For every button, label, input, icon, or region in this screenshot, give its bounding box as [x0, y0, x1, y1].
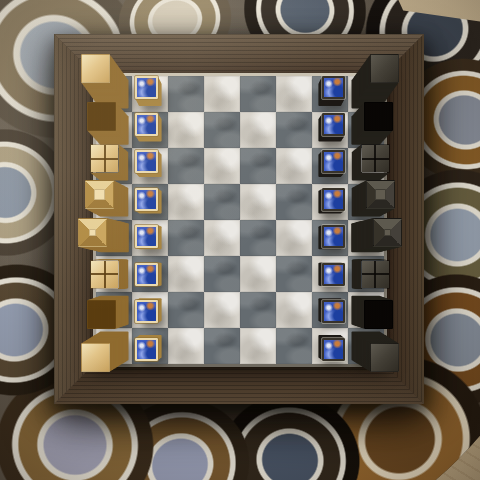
frustum-top: [89, 229, 96, 236]
frustum-top: [375, 189, 386, 200]
piece-white-bishop-f1[interactable]: [90, 260, 119, 289]
lapis-inlay: [137, 302, 156, 321]
piece-white-pawn-f2[interactable]: [135, 263, 158, 286]
piece-black-pawn-h7[interactable]: [322, 338, 345, 361]
piece-white-rook-h1[interactable]: [81, 343, 110, 372]
piece-white-pawn-g2[interactable]: [135, 300, 158, 323]
lapis-inlay: [324, 152, 343, 171]
piece-white-queen-d1[interactable]: [85, 180, 114, 209]
piece-black-pawn-b7[interactable]: [322, 113, 345, 136]
lapis-inlay: [324, 115, 343, 134]
piece-white-knight-g1[interactable]: [87, 300, 116, 329]
lapis-inlay: [137, 78, 156, 97]
piece-black-king-e8[interactable]: [373, 218, 402, 247]
piece-black-pawn-g7[interactable]: [322, 300, 345, 323]
piece-black-rook-a8[interactable]: [370, 54, 399, 83]
piece-white-pawn-b2[interactable]: [135, 113, 158, 136]
piece-white-pawn-a2[interactable]: [135, 76, 158, 99]
piece-black-pawn-f7[interactable]: [322, 263, 345, 286]
lapis-inlay: [324, 302, 343, 321]
lapis-inlay: [137, 115, 156, 134]
piece-black-bishop-c8[interactable]: [361, 144, 390, 173]
lapis-inlay: [137, 340, 156, 359]
piece-black-queen-d8[interactable]: [366, 180, 395, 209]
piece-black-pawn-e7[interactable]: [322, 225, 345, 248]
piece-black-bishop-f8[interactable]: [361, 260, 390, 289]
lapis-inlay: [137, 152, 156, 171]
piece-white-knight-b1[interactable]: [87, 102, 116, 131]
frustum-top: [94, 189, 105, 200]
piece-white-pawn-d2[interactable]: [135, 188, 158, 211]
lapis-inlay: [324, 340, 343, 359]
piece-black-knight-b8[interactable]: [364, 102, 393, 131]
lapis-inlay: [137, 227, 156, 246]
frustum-top: [384, 229, 391, 236]
piece-white-king-e1[interactable]: [78, 218, 107, 247]
piece-black-pawn-d7[interactable]: [322, 188, 345, 211]
lapis-inlay: [324, 78, 343, 97]
lapis-inlay: [137, 190, 156, 209]
lapis-inlay: [324, 265, 343, 284]
piece-white-pawn-c2[interactable]: [135, 150, 158, 173]
pieces-layer: [0, 0, 480, 480]
piece-black-knight-g8[interactable]: [364, 300, 393, 329]
lapis-inlay: [324, 227, 343, 246]
lapis-inlay: [324, 190, 343, 209]
piece-black-pawn-a7[interactable]: [322, 76, 345, 99]
piece-white-bishop-c1[interactable]: [90, 144, 119, 173]
piece-white-pawn-h2[interactable]: [135, 338, 158, 361]
piece-white-rook-a1[interactable]: [81, 54, 110, 83]
piece-white-pawn-e2[interactable]: [135, 225, 158, 248]
piece-black-rook-h8[interactable]: [370, 343, 399, 372]
lapis-inlay: [137, 265, 156, 284]
piece-black-pawn-c7[interactable]: [322, 150, 345, 173]
scene: [0, 0, 480, 480]
